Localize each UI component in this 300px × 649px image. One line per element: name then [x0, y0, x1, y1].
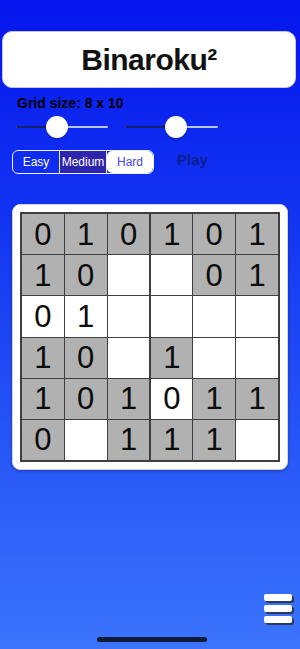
play-button[interactable]: Play [177, 151, 208, 168]
segment-medium[interactable]: Medium [60, 151, 107, 173]
grid-cell[interactable]: 0 [193, 214, 235, 254]
grid-cell[interactable]: 1 [150, 338, 192, 378]
grid-cell[interactable]: 1 [22, 379, 64, 419]
grid-cell[interactable] [108, 296, 150, 336]
slider-thumb[interactable] [46, 116, 68, 138]
hamburger-bar [264, 594, 292, 601]
grid-cell[interactable]: 0 [150, 379, 192, 419]
grid-cell[interactable] [150, 255, 192, 295]
home-indicator[interactable] [97, 637, 207, 642]
grid-cell[interactable]: 0 [22, 214, 64, 254]
grid-cell[interactable]: 1 [108, 420, 150, 460]
segment-easy[interactable]: Easy [13, 151, 60, 173]
grid-cell[interactable] [236, 296, 278, 336]
hamburger-menu-icon[interactable] [264, 594, 292, 627]
grid-cell[interactable]: 1 [236, 379, 278, 419]
grid-cell[interactable] [193, 338, 235, 378]
grid-cell[interactable]: 1 [193, 420, 235, 460]
grid-cell[interactable] [236, 420, 278, 460]
grid-cell[interactable]: 0 [65, 255, 107, 295]
puzzle-grid: 0101011001011011010110111 [20, 212, 280, 462]
segment-hard[interactable]: Hard [107, 151, 153, 173]
grid-cell[interactable] [65, 420, 107, 460]
grid-cell[interactable]: 1 [236, 214, 278, 254]
grid-cell[interactable]: 0 [22, 420, 64, 460]
hamburger-bar [264, 605, 292, 612]
grid-cell[interactable]: 1 [22, 255, 64, 295]
grid-cell[interactable]: 1 [65, 296, 107, 336]
hamburger-bar [264, 616, 292, 623]
app-screen: Binaroku² Grid size: 8 x 10 Easy Medium … [0, 0, 300, 649]
grid-cell[interactable]: 0 [65, 379, 107, 419]
grid-cell[interactable]: 1 [236, 255, 278, 295]
grid-cell[interactable] [193, 296, 235, 336]
grid-cell[interactable]: 1 [150, 214, 192, 254]
grid-cell[interactable]: 0 [108, 214, 150, 254]
grid-cell[interactable] [150, 296, 192, 336]
grid-cell[interactable]: 0 [193, 255, 235, 295]
grid-cell[interactable]: 0 [22, 296, 64, 336]
grid-cell[interactable]: 0 [65, 338, 107, 378]
grid-height-slider[interactable] [125, 116, 218, 138]
grid-cell[interactable] [236, 338, 278, 378]
grid-cell[interactable] [108, 255, 150, 295]
difficulty-segmented-control: Easy Medium Hard [12, 150, 154, 174]
grid-cell[interactable] [108, 338, 150, 378]
puzzle-board-frame: 0101011001011011010110111 [12, 204, 288, 470]
title-bar: Binaroku² [2, 31, 296, 88]
grid-cell[interactable]: 1 [22, 338, 64, 378]
grid-cell[interactable]: 1 [65, 214, 107, 254]
grid-size-label: Grid size: 8 x 10 [17, 95, 124, 111]
app-title: Binaroku² [81, 43, 217, 77]
grid-cell[interactable]: 1 [108, 379, 150, 419]
grid-cell[interactable]: 1 [193, 379, 235, 419]
slider-thumb[interactable] [165, 116, 187, 138]
grid-width-slider[interactable] [16, 116, 108, 138]
grid-cell[interactable]: 1 [150, 420, 192, 460]
